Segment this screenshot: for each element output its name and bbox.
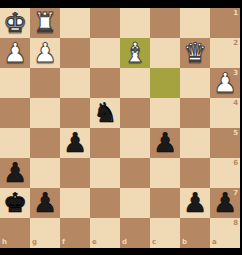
white-king[interactable]: ♚: [0, 8, 30, 38]
square-a8[interactable]: 8a: [210, 218, 240, 248]
square-e1[interactable]: [90, 8, 120, 38]
file-label-a: a: [212, 239, 217, 246]
white-rook[interactable]: ♜: [30, 8, 60, 38]
square-b3[interactable]: [180, 68, 210, 98]
square-g3[interactable]: [30, 68, 60, 98]
square-c6[interactable]: [150, 158, 180, 188]
square-g4[interactable]: [30, 98, 60, 128]
square-f1[interactable]: [60, 8, 90, 38]
square-b1[interactable]: [180, 8, 210, 38]
chess-board: ♚♜1♟♟♝♛23♟♞4♟♟5♟6♚♟♟7♟hgfedcb8a: [0, 8, 240, 248]
square-h6[interactable]: ♟: [0, 158, 30, 188]
square-g1[interactable]: ♜: [30, 8, 60, 38]
square-e3[interactable]: [90, 68, 120, 98]
square-c8[interactable]: c: [150, 218, 180, 248]
square-h4[interactable]: [0, 98, 30, 128]
file-label-c: c: [152, 239, 156, 246]
square-e2[interactable]: [90, 38, 120, 68]
square-a5[interactable]: 5: [210, 128, 240, 158]
white-queen[interactable]: ♛: [180, 38, 210, 68]
square-h5[interactable]: [0, 128, 30, 158]
square-h2[interactable]: ♟: [0, 38, 30, 68]
black-pawn[interactable]: ♟: [180, 188, 210, 218]
square-e4[interactable]: ♞: [90, 98, 120, 128]
square-a3[interactable]: 3♟: [210, 68, 240, 98]
square-h3[interactable]: [0, 68, 30, 98]
square-a6[interactable]: 6: [210, 158, 240, 188]
square-d3[interactable]: [120, 68, 150, 98]
black-pawn[interactable]: ♟: [150, 128, 180, 158]
square-d5[interactable]: [120, 128, 150, 158]
square-c3[interactable]: [150, 68, 180, 98]
rank-label-6: 6: [233, 160, 238, 167]
square-h7[interactable]: ♚: [0, 188, 30, 218]
square-h1[interactable]: ♚: [0, 8, 30, 38]
square-c2[interactable]: [150, 38, 180, 68]
square-b8[interactable]: b: [180, 218, 210, 248]
square-c7[interactable]: [150, 188, 180, 218]
square-b5[interactable]: [180, 128, 210, 158]
square-c1[interactable]: [150, 8, 180, 38]
square-f8[interactable]: f: [60, 218, 90, 248]
rank-label-2: 2: [233, 40, 238, 47]
rank-label-1: 1: [233, 10, 238, 17]
square-e8[interactable]: e: [90, 218, 120, 248]
square-b6[interactable]: [180, 158, 210, 188]
square-a1[interactable]: 1: [210, 8, 240, 38]
square-d8[interactable]: d: [120, 218, 150, 248]
square-a4[interactable]: 4: [210, 98, 240, 128]
rank-label-4: 4: [233, 100, 238, 107]
square-b2[interactable]: ♛: [180, 38, 210, 68]
square-c4[interactable]: [150, 98, 180, 128]
square-d4[interactable]: [120, 98, 150, 128]
file-label-d: d: [122, 239, 127, 246]
square-f5[interactable]: ♟: [60, 128, 90, 158]
rank-label-8: 8: [233, 220, 238, 227]
file-label-g: g: [32, 239, 37, 246]
square-e7[interactable]: [90, 188, 120, 218]
white-pawn[interactable]: ♟: [0, 38, 30, 68]
square-g2[interactable]: ♟: [30, 38, 60, 68]
square-a2[interactable]: 2: [210, 38, 240, 68]
square-c5[interactable]: ♟: [150, 128, 180, 158]
square-d1[interactable]: [120, 8, 150, 38]
white-pawn[interactable]: ♟: [30, 38, 60, 68]
black-knight[interactable]: ♞: [90, 98, 120, 128]
square-f7[interactable]: [60, 188, 90, 218]
black-pawn[interactable]: ♟: [30, 188, 60, 218]
square-a7[interactable]: 7♟: [210, 188, 240, 218]
square-h8[interactable]: h: [0, 218, 30, 248]
black-pawn[interactable]: ♟: [210, 188, 240, 218]
square-b7[interactable]: ♟: [180, 188, 210, 218]
square-g6[interactable]: [30, 158, 60, 188]
black-pawn[interactable]: ♟: [60, 128, 90, 158]
bottom-bar: [0, 248, 242, 255]
black-pawn[interactable]: ♟: [0, 158, 30, 188]
square-g5[interactable]: [30, 128, 60, 158]
square-f4[interactable]: [60, 98, 90, 128]
square-d2[interactable]: ♝: [120, 38, 150, 68]
white-bishop[interactable]: ♝: [120, 38, 150, 68]
square-g8[interactable]: g: [30, 218, 60, 248]
square-b4[interactable]: [180, 98, 210, 128]
square-d6[interactable]: [120, 158, 150, 188]
square-e5[interactable]: [90, 128, 120, 158]
file-label-h: h: [2, 239, 7, 246]
black-king[interactable]: ♚: [0, 188, 30, 218]
white-pawn[interactable]: ♟: [210, 68, 240, 98]
file-label-b: b: [182, 239, 187, 246]
square-f3[interactable]: [60, 68, 90, 98]
file-label-f: f: [62, 239, 65, 246]
square-f2[interactable]: [60, 38, 90, 68]
square-d7[interactable]: [120, 188, 150, 218]
file-label-e: e: [92, 239, 97, 246]
square-e6[interactable]: [90, 158, 120, 188]
rank-label-5: 5: [233, 130, 238, 137]
square-g7[interactable]: ♟: [30, 188, 60, 218]
square-f6[interactable]: [60, 158, 90, 188]
